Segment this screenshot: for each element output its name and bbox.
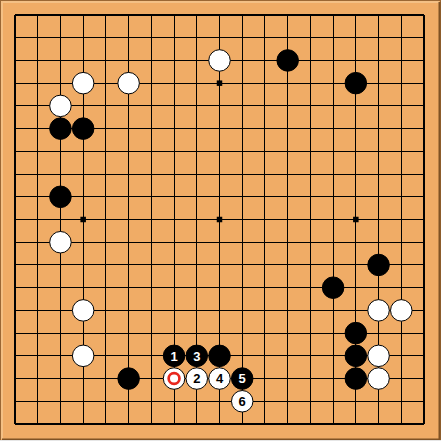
move-number-label: 5 xyxy=(239,371,246,386)
go-board: 132456 xyxy=(0,0,441,441)
stone-white-10-3 xyxy=(209,50,231,72)
stone-black-16-16 xyxy=(345,345,367,367)
stone-white-18-14 xyxy=(391,300,413,322)
move-number-label: 4 xyxy=(216,371,224,386)
go-board-diagram: 132456 xyxy=(0,0,441,441)
move-number-label: 2 xyxy=(193,371,200,386)
star-point xyxy=(217,80,223,86)
stone-black-17-12 xyxy=(368,254,390,276)
stone-white-4-16 xyxy=(72,345,94,367)
stone-black-10-16 xyxy=(209,345,231,367)
stone-white-17-14 xyxy=(368,300,390,322)
stone-black-16-17 xyxy=(345,368,367,390)
star-point xyxy=(217,217,223,223)
move-number-label: 3 xyxy=(193,349,200,364)
stone-white-10-17: 4 xyxy=(209,368,231,390)
stone-black-9-16: 3 xyxy=(186,345,208,367)
star-point xyxy=(80,217,86,223)
stone-black-4-6 xyxy=(72,118,94,140)
stone-black-3-6 xyxy=(50,118,72,140)
stone-white-8-17 xyxy=(163,368,185,390)
stone-white-4-14 xyxy=(72,300,94,322)
stone-white-6-4 xyxy=(118,72,140,94)
star-point xyxy=(353,217,359,223)
stone-black-16-15 xyxy=(345,322,367,344)
stone-white-11-18: 6 xyxy=(231,391,253,413)
move-number-label: 1 xyxy=(170,349,177,364)
stone-white-4-4 xyxy=(72,72,94,94)
stone-black-8-16: 1 xyxy=(163,345,185,367)
stone-black-6-17 xyxy=(118,368,140,390)
stone-black-16-4 xyxy=(345,72,367,94)
stone-white-9-17: 2 xyxy=(186,368,208,390)
move-number-label: 6 xyxy=(239,394,246,409)
stone-white-3-11 xyxy=(50,231,72,253)
stone-white-17-16 xyxy=(368,345,390,367)
stone-black-3-9 xyxy=(50,186,72,208)
stone-white-3-5 xyxy=(50,95,72,117)
stone-black-11-17: 5 xyxy=(231,368,253,390)
stone-white-17-17 xyxy=(368,368,390,390)
stone-black-13-3 xyxy=(277,50,299,72)
stone-black-15-13 xyxy=(322,277,344,299)
